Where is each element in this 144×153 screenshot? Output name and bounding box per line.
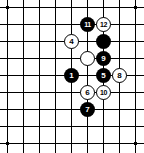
grid-hline [0,24,144,25]
stone-white-8[interactable]: 8 [112,68,127,83]
stone-black-5[interactable]: 5 [96,68,111,83]
stone-number: 12 [100,21,107,28]
stone-black-7[interactable]: 7 [80,102,95,117]
stone-black[interactable] [96,34,111,49]
grid-vline [55,0,56,153]
grid-vline [23,0,24,153]
grid-hline [0,58,144,59]
grid-hline [0,7,144,8]
grid-vline [39,0,40,153]
grid-hline [0,92,144,93]
star-point [134,142,137,145]
go-board[interactable]: 1112491586107 [0,0,144,153]
stone-number: 6 [85,89,89,97]
stone-white-12[interactable]: 12 [96,17,111,32]
star-point [6,6,9,9]
stone-number: 10 [100,89,107,96]
stone-number: 11 [84,21,90,28]
stone-number: 1 [69,72,73,80]
stone-number: 7 [85,106,89,114]
star-point [6,142,9,145]
grid-hline [0,126,144,127]
stone-white[interactable] [80,51,95,66]
stone-white-6[interactable]: 6 [80,85,95,100]
stone-number: 9 [101,55,105,63]
stone-black-9[interactable]: 9 [96,51,111,66]
grid-hline [0,109,144,110]
stone-white-4[interactable]: 4 [64,34,79,49]
grid-hline [0,143,144,144]
stone-number: 4 [69,38,73,46]
star-point [134,6,137,9]
stone-black-11[interactable]: 11 [80,17,95,32]
stone-number: 8 [117,72,121,80]
stone-number: 5 [101,72,105,80]
grid-vline [7,0,8,153]
stone-black-1[interactable]: 1 [64,68,79,83]
stone-white-10[interactable]: 10 [96,85,111,100]
grid-vline [135,0,136,153]
